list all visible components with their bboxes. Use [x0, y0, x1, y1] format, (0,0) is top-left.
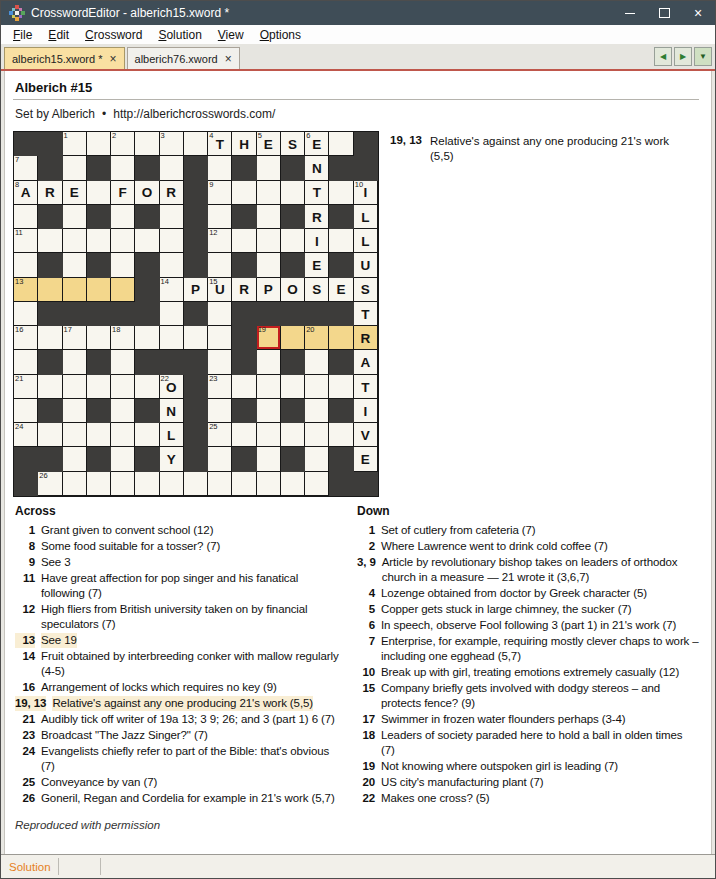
- clue-item[interactable]: 18Leaders of society paraded here to hol…: [357, 728, 711, 758]
- down-list: 1Set of cutlery from cafeteria (7)2Where…: [357, 523, 711, 806]
- grid-cell[interactable]: R: [232, 278, 256, 302]
- grid-cell[interactable]: [38, 326, 62, 350]
- grid-cell[interactable]: U: [354, 253, 378, 277]
- grid-cell[interactable]: [111, 350, 135, 374]
- grid-cell[interactable]: [160, 326, 184, 350]
- grid-cell[interactable]: [208, 253, 232, 277]
- cell-letter: P: [191, 283, 200, 297]
- grid-cell[interactable]: 1: [63, 132, 87, 156]
- cell-letter: Y: [167, 453, 176, 467]
- grid-cell[interactable]: E: [329, 278, 353, 302]
- selected-clue-panel: 19, 13 Relative's against any one produc…: [390, 134, 682, 164]
- grid-cell: [184, 375, 208, 399]
- grid-cell[interactable]: [135, 375, 159, 399]
- clue-item[interactable]: 3, 9Article by revolutionary bishop take…: [357, 555, 711, 585]
- grid-cell[interactable]: [305, 472, 329, 496]
- grid-cell[interactable]: [160, 253, 184, 277]
- title-bar[interactable]: CrosswordEditor - alberich15.xword * ×: [1, 1, 715, 25]
- grid-cell[interactable]: [305, 447, 329, 471]
- grid-cell[interactable]: [14, 205, 38, 229]
- grid-cell[interactable]: [38, 229, 62, 253]
- maximize-icon: [659, 8, 670, 18]
- grid-cell[interactable]: O: [281, 278, 305, 302]
- cell-letter: E: [337, 283, 346, 297]
- grid-cell[interactable]: [87, 326, 111, 350]
- grid-cell[interactable]: [257, 205, 281, 229]
- clue-text: Arrangement of locks which requires no k…: [41, 680, 277, 695]
- grid-cell[interactable]: [160, 472, 184, 496]
- menu-crossword[interactable]: Crossword: [77, 27, 150, 43]
- clue-item[interactable]: 19Not knowing where outspoken girl is le…: [357, 759, 711, 774]
- grid-cell[interactable]: R: [38, 181, 62, 205]
- grid-cell: [305, 302, 329, 326]
- tab-label: alberich76.xword: [135, 53, 218, 65]
- grid-cell[interactable]: [111, 229, 135, 253]
- grid-cell[interactable]: F: [111, 181, 135, 205]
- grid-cell[interactable]: [111, 375, 135, 399]
- grid-cell[interactable]: S: [305, 278, 329, 302]
- clue-number: 16: [15, 680, 35, 695]
- grid-cell[interactable]: 7: [14, 156, 38, 180]
- attribution-note: Reproduced with permission: [15, 819, 160, 831]
- grid-cell[interactable]: [87, 229, 111, 253]
- grid-cell[interactable]: [111, 447, 135, 471]
- grid-cell[interactable]: [63, 399, 87, 423]
- grid-cell: [281, 447, 305, 471]
- clue-number: 18: [357, 728, 375, 758]
- cell-letter: E: [264, 138, 273, 152]
- cell-number: 13: [15, 278, 23, 286]
- grid-cell[interactable]: [281, 326, 305, 350]
- grid-cell[interactable]: [184, 472, 208, 496]
- grid-cell[interactable]: [232, 229, 256, 253]
- grid-cell[interactable]: [87, 132, 111, 156]
- clue-text: In speech, observe Fool following 3 (par…: [381, 618, 676, 633]
- grid-cell: [184, 181, 208, 205]
- clue-item[interactable]: 10Break up with girl, treating emotions …: [357, 665, 711, 680]
- clue-number: 22: [357, 791, 375, 806]
- grid-cell[interactable]: 9: [208, 181, 232, 205]
- grid-cell: [184, 350, 208, 374]
- grid-cell[interactable]: [111, 423, 135, 447]
- grid-cell: [232, 302, 256, 326]
- grid-cell[interactable]: [329, 229, 353, 253]
- grid-cell: [14, 132, 38, 156]
- grid-cell[interactable]: [63, 229, 87, 253]
- grid-cell[interactable]: [184, 132, 208, 156]
- grid-cell[interactable]: [87, 472, 111, 496]
- grid-cell[interactable]: [208, 350, 232, 374]
- grid-cell[interactable]: [257, 253, 281, 277]
- grid-cell[interactable]: R: [354, 326, 378, 350]
- cell-letter: T: [313, 186, 321, 200]
- grid-cell[interactable]: [329, 326, 353, 350]
- grid-cell[interactable]: 22O: [160, 375, 184, 399]
- grid-cell[interactable]: [14, 350, 38, 374]
- tab-bar: alberich15.xword * × alberich76.xword × …: [1, 44, 715, 71]
- clue-number: 25: [15, 775, 35, 790]
- clue-item[interactable]: 1Grant given to convent school (12): [15, 523, 355, 538]
- grid-cell[interactable]: [87, 423, 111, 447]
- grid-cell[interactable]: 24: [14, 423, 38, 447]
- grid-cell[interactable]: [63, 205, 87, 229]
- clue-text: Set of cutlery from cafeteria (7): [381, 523, 536, 538]
- grid-cell[interactable]: [208, 399, 232, 423]
- grid-cell[interactable]: [208, 326, 232, 350]
- grid-cell[interactable]: [257, 399, 281, 423]
- tab-nav-buttons: ◀ ▶ ▼: [654, 47, 712, 66]
- clue-text: Makes one cross? (5): [381, 791, 490, 806]
- cell-number: 7: [15, 156, 19, 164]
- grid-cell[interactable]: 4T: [208, 132, 232, 156]
- grid-cell[interactable]: [281, 375, 305, 399]
- grid-cell[interactable]: [257, 156, 281, 180]
- close-icon: ×: [694, 6, 702, 20]
- clue-item[interactable]: 2Where Lawrence went to drink cold coffe…: [357, 539, 711, 554]
- grid-cell[interactable]: [160, 205, 184, 229]
- grid-cell[interactable]: [257, 375, 281, 399]
- grid-cell[interactable]: S: [281, 132, 305, 156]
- grid-cell[interactable]: E: [354, 447, 378, 471]
- grid-cell[interactable]: [111, 205, 135, 229]
- grid-cell: [281, 253, 305, 277]
- grid-cell: [184, 302, 208, 326]
- cell-number: 16: [15, 326, 23, 334]
- grid-cell[interactable]: [63, 278, 87, 302]
- tab-close-icon[interactable]: ×: [110, 53, 117, 65]
- grid-cell[interactable]: [305, 423, 329, 447]
- clue-item[interactable]: 7Enterprise, for example, requiring most…: [357, 634, 711, 664]
- grid-cell[interactable]: 23: [208, 375, 232, 399]
- grid-cell[interactable]: [111, 278, 135, 302]
- grid-cell[interactable]: 25: [208, 423, 232, 447]
- grid-cell: [232, 447, 256, 471]
- grid-cell[interactable]: 19: [257, 326, 281, 350]
- grid-cell[interactable]: [38, 278, 62, 302]
- grid-cell[interactable]: E: [305, 253, 329, 277]
- grid-cell[interactable]: N: [305, 156, 329, 180]
- grid-cell[interactable]: [87, 278, 111, 302]
- grid-cell[interactable]: T: [305, 181, 329, 205]
- grid-cell[interactable]: [208, 302, 232, 326]
- grid-cell[interactable]: P: [184, 278, 208, 302]
- clue-item[interactable]: 16Arrangement of locks which requires no…: [15, 680, 355, 695]
- menu-edit[interactable]: Edit: [40, 27, 77, 43]
- grid-cell: [232, 399, 256, 423]
- cell-number: 6: [306, 132, 310, 140]
- grid-cell[interactable]: [184, 326, 208, 350]
- grid-cell[interactable]: 11: [14, 229, 38, 253]
- source-url[interactable]: http://alberichcrosswords.com/: [113, 107, 275, 121]
- grid-cell[interactable]: R: [305, 205, 329, 229]
- menu-solution[interactable]: Solution: [150, 27, 209, 43]
- grid-cell[interactable]: 2: [111, 132, 135, 156]
- grid-cell[interactable]: [257, 350, 281, 374]
- cell-letter: F: [119, 186, 127, 200]
- cell-letter: I: [363, 405, 367, 419]
- grid-cell: [329, 156, 353, 180]
- grid-cell[interactable]: [329, 423, 353, 447]
- grid-cell[interactable]: [305, 375, 329, 399]
- app-icon: [9, 5, 25, 21]
- grid-cell[interactable]: O: [135, 181, 159, 205]
- clue-item[interactable]: 14Fruit obtained by interbreeding conker…: [15, 649, 355, 679]
- cell-number: 20: [306, 326, 314, 334]
- grid-cell[interactable]: [281, 472, 305, 496]
- cell-letter: T: [216, 138, 224, 152]
- clue-number: 1: [357, 523, 375, 538]
- clue-number: 20: [357, 775, 375, 790]
- grid-cell[interactable]: 5E: [257, 132, 281, 156]
- grid-cell[interactable]: [135, 132, 159, 156]
- status-solution-label: Solution: [9, 861, 51, 873]
- grid-cell: [232, 350, 256, 374]
- clue-item[interactable]: 24Evangelists chiefly refer to part of t…: [15, 744, 355, 774]
- grid-cell[interactable]: V: [354, 423, 378, 447]
- clue-text: Break up with girl, treating emotions ex…: [381, 665, 679, 680]
- selected-clue-text: Relative's against any one producing 21'…: [430, 134, 682, 164]
- grid-cell[interactable]: P: [257, 278, 281, 302]
- grid-cell: [135, 447, 159, 471]
- grid-cell[interactable]: [257, 447, 281, 471]
- grid-cell[interactable]: [63, 472, 87, 496]
- cell-letter: P: [264, 283, 273, 297]
- menu-file[interactable]: File: [5, 27, 40, 43]
- grid-cell[interactable]: [160, 302, 184, 326]
- grid-cell[interactable]: E: [63, 181, 87, 205]
- clue-item[interactable]: 26Goneril, Regan and Cordelia for exampl…: [15, 791, 355, 806]
- clue-text: Broadcast "The Jazz Singer?" (7): [41, 728, 208, 743]
- tab-list-dropdown-button[interactable]: ▼: [694, 47, 712, 66]
- grid-cell[interactable]: N: [160, 399, 184, 423]
- cell-number: 8: [15, 181, 19, 189]
- cell-number: 21: [15, 375, 23, 383]
- clue-item[interactable]: 23Broadcast "The Jazz Singer?" (7): [15, 728, 355, 743]
- grid-cell[interactable]: [135, 472, 159, 496]
- grid-cell[interactable]: [305, 350, 329, 374]
- grid-cell: [87, 205, 111, 229]
- grid-cell: [281, 156, 305, 180]
- grid-cell[interactable]: 10I: [354, 181, 378, 205]
- clue-item[interactable]: 12High fliers from British university ta…: [15, 602, 355, 632]
- grid-cell[interactable]: [232, 375, 256, 399]
- grid-cell[interactable]: 18: [111, 326, 135, 350]
- grid-cell[interactable]: [63, 156, 87, 180]
- clue-item[interactable]: 4Lozenge obtained from doctor by Greek c…: [357, 586, 711, 601]
- grid-cell: [232, 205, 256, 229]
- grid-cell[interactable]: [160, 156, 184, 180]
- window-title: CrosswordEditor - alberich15.xword *: [31, 6, 613, 20]
- grid-cell: [184, 447, 208, 471]
- grid-cell[interactable]: [87, 375, 111, 399]
- grid-cell[interactable]: [281, 229, 305, 253]
- grid-cell: [87, 399, 111, 423]
- grid-cell[interactable]: [257, 423, 281, 447]
- grid-cell[interactable]: 26: [38, 472, 62, 496]
- clue-number: 10: [357, 665, 375, 680]
- grid-cell[interactable]: I: [305, 229, 329, 253]
- grid-cell: [135, 302, 159, 326]
- clue-item[interactable]: 1Set of cutlery from cafeteria (7): [357, 523, 711, 538]
- clue-item[interactable]: 17Swimmer in frozen water flounders perh…: [357, 712, 711, 727]
- grid-cell[interactable]: [329, 132, 353, 156]
- clue-item[interactable]: 15Company briefly gets involved with dod…: [357, 681, 711, 711]
- clue-text: Swimmer in frozen water flounders perhap…: [381, 712, 626, 727]
- grid-cell: [87, 447, 111, 471]
- cell-number: 15: [209, 278, 217, 286]
- tab-scroll-left-button[interactable]: ◀: [654, 47, 672, 66]
- grid-cell[interactable]: [87, 181, 111, 205]
- tab-label: alberich15.xword *: [12, 53, 103, 65]
- clue-text: Audibly tick off writer of 19a 13; 3 9; …: [41, 712, 335, 727]
- clue-number: 7: [357, 634, 375, 664]
- grid-cell[interactable]: [160, 229, 184, 253]
- grid-cell[interactable]: [63, 350, 87, 374]
- grid-cell[interactable]: 20: [305, 326, 329, 350]
- clue-item[interactable]: 5Copper gets stuck in large chimney, the…: [357, 602, 711, 617]
- grid-cell[interactable]: [232, 423, 256, 447]
- grid-cell[interactable]: [63, 375, 87, 399]
- grid-cell[interactable]: [111, 253, 135, 277]
- grid-cell[interactable]: I: [354, 399, 378, 423]
- grid-cell[interactable]: A: [354, 350, 378, 374]
- across-list: 1Grant given to convent school (12)8Some…: [15, 523, 355, 806]
- grid-cell[interactable]: [63, 423, 87, 447]
- grid-cell[interactable]: [111, 399, 135, 423]
- grid-cell[interactable]: 17: [63, 326, 87, 350]
- grid-cell[interactable]: 15U: [208, 278, 232, 302]
- grid-cell[interactable]: 16: [14, 326, 38, 350]
- grid-cell[interactable]: L: [354, 229, 378, 253]
- grid-cell[interactable]: [208, 472, 232, 496]
- grid-cell[interactable]: [232, 472, 256, 496]
- grid-cell[interactable]: [14, 399, 38, 423]
- grid-cell[interactable]: 8A: [14, 181, 38, 205]
- clue-item[interactable]: 20US city's manufacturing plant (7): [357, 775, 711, 790]
- grid-cell[interactable]: 3: [160, 132, 184, 156]
- menu-options[interactable]: Options: [252, 27, 309, 43]
- grid-cell[interactable]: [329, 181, 353, 205]
- status-separator: [58, 858, 59, 875]
- close-button[interactable]: ×: [681, 1, 715, 25]
- grid-cell[interactable]: [14, 253, 38, 277]
- grid-cell[interactable]: [257, 472, 281, 496]
- clue-text: Fruit obtained by interbreeding conker w…: [41, 649, 341, 679]
- grid-cell[interactable]: [111, 156, 135, 180]
- grid-cell[interactable]: Y: [160, 447, 184, 471]
- cell-letter: U: [360, 259, 370, 273]
- grid-cell[interactable]: [38, 423, 62, 447]
- grid-cell[interactable]: T: [354, 302, 378, 326]
- grid-cell: [87, 156, 111, 180]
- grid-cell[interactable]: [281, 181, 305, 205]
- clue-item[interactable]: 21Audibly tick off writer of 19a 13; 3 9…: [15, 712, 355, 727]
- grid-cell[interactable]: [135, 326, 159, 350]
- cell-letter: S: [288, 138, 297, 152]
- clue-number: 26: [15, 791, 35, 806]
- cell-letter: E: [312, 259, 321, 273]
- grid-cell[interactable]: L: [354, 205, 378, 229]
- clue-item[interactable]: 6In speech, observe Fool following 3 (pa…: [357, 618, 711, 633]
- grid-cell[interactable]: [38, 375, 62, 399]
- grid-cell[interactable]: [111, 472, 135, 496]
- byline: Set by Alberich•http://alberichcrossword…: [15, 107, 275, 121]
- grid-cell: [135, 399, 159, 423]
- grid-cell[interactable]: [14, 302, 38, 326]
- grid-cell: [354, 132, 378, 156]
- tab-alberich76[interactable]: alberich76.xword ×: [127, 47, 240, 69]
- clue-number: 5: [357, 602, 375, 617]
- grid-cell: [329, 350, 353, 374]
- clue-item[interactable]: 11Have great affection for pop singer an…: [15, 571, 355, 601]
- grid-cell[interactable]: H: [232, 132, 256, 156]
- cell-letter: V: [361, 429, 370, 443]
- grid-cell[interactable]: [135, 229, 159, 253]
- clue-item[interactable]: 8Some food suitable for a tosser? (7): [15, 539, 355, 554]
- grid-cell[interactable]: [257, 181, 281, 205]
- grid-cell: [281, 205, 305, 229]
- clue-text: US city's manufacturing plant (7): [381, 775, 544, 790]
- tab-alberich15[interactable]: alberich15.xword * ×: [4, 47, 125, 69]
- grid-cell[interactable]: [281, 423, 305, 447]
- clue-number: 2: [357, 539, 375, 554]
- clue-text: Lozenge obtained from doctor by Greek ch…: [381, 586, 647, 601]
- clue-text: See 19: [41, 633, 77, 648]
- grid-cell: [135, 350, 159, 374]
- clue-number: 8: [15, 539, 35, 554]
- grid-cell[interactable]: [135, 423, 159, 447]
- grid-cell: [281, 399, 305, 423]
- clue-item[interactable]: 13See 19: [15, 633, 355, 648]
- clue-item[interactable]: 19, 13Relative's against any one produci…: [15, 696, 355, 711]
- grid-cell[interactable]: R: [160, 181, 184, 205]
- grid-cell[interactable]: [63, 447, 87, 471]
- minimize-button[interactable]: [613, 1, 647, 25]
- grid-cell: [38, 447, 62, 471]
- grid-cell[interactable]: [208, 205, 232, 229]
- clue-text: Evangelists chiefly refer to part of the…: [41, 744, 341, 774]
- grid-cell[interactable]: [208, 447, 232, 471]
- clue-text: Enterprise, for example, requiring mostl…: [381, 634, 699, 664]
- tab-scroll-right-button[interactable]: ▶: [674, 47, 692, 66]
- clue-number: 14: [15, 649, 35, 679]
- menu-view[interactable]: View: [210, 27, 252, 43]
- grid-cell[interactable]: T: [354, 375, 378, 399]
- grid-cell[interactable]: [63, 253, 87, 277]
- grid-cell[interactable]: [208, 156, 232, 180]
- maximize-button[interactable]: [647, 1, 681, 25]
- clue-text: Have great affection for pop singer and …: [41, 571, 341, 601]
- grid-cell[interactable]: [257, 229, 281, 253]
- grid-cell[interactable]: 13: [14, 278, 38, 302]
- grid-cell[interactable]: 14: [160, 278, 184, 302]
- grid-cell[interactable]: S: [354, 278, 378, 302]
- grid-cell[interactable]: 21: [14, 375, 38, 399]
- cell-number: 18: [112, 326, 120, 334]
- clue-number: 11: [15, 571, 35, 601]
- grid-cell[interactable]: [305, 399, 329, 423]
- grid-cell[interactable]: [329, 375, 353, 399]
- grid-cell[interactable]: 12: [208, 229, 232, 253]
- clue-item[interactable]: 25Conveyance by van (7): [15, 775, 355, 790]
- grid-cell[interactable]: 6E: [305, 132, 329, 156]
- clue-item[interactable]: 9See 3: [15, 555, 355, 570]
- clue-item[interactable]: 22Makes one cross? (5): [357, 791, 711, 806]
- grid-cell[interactable]: [232, 181, 256, 205]
- tab-close-icon[interactable]: ×: [225, 53, 232, 65]
- clue-number: 21: [15, 712, 35, 727]
- grid-cell[interactable]: L: [160, 423, 184, 447]
